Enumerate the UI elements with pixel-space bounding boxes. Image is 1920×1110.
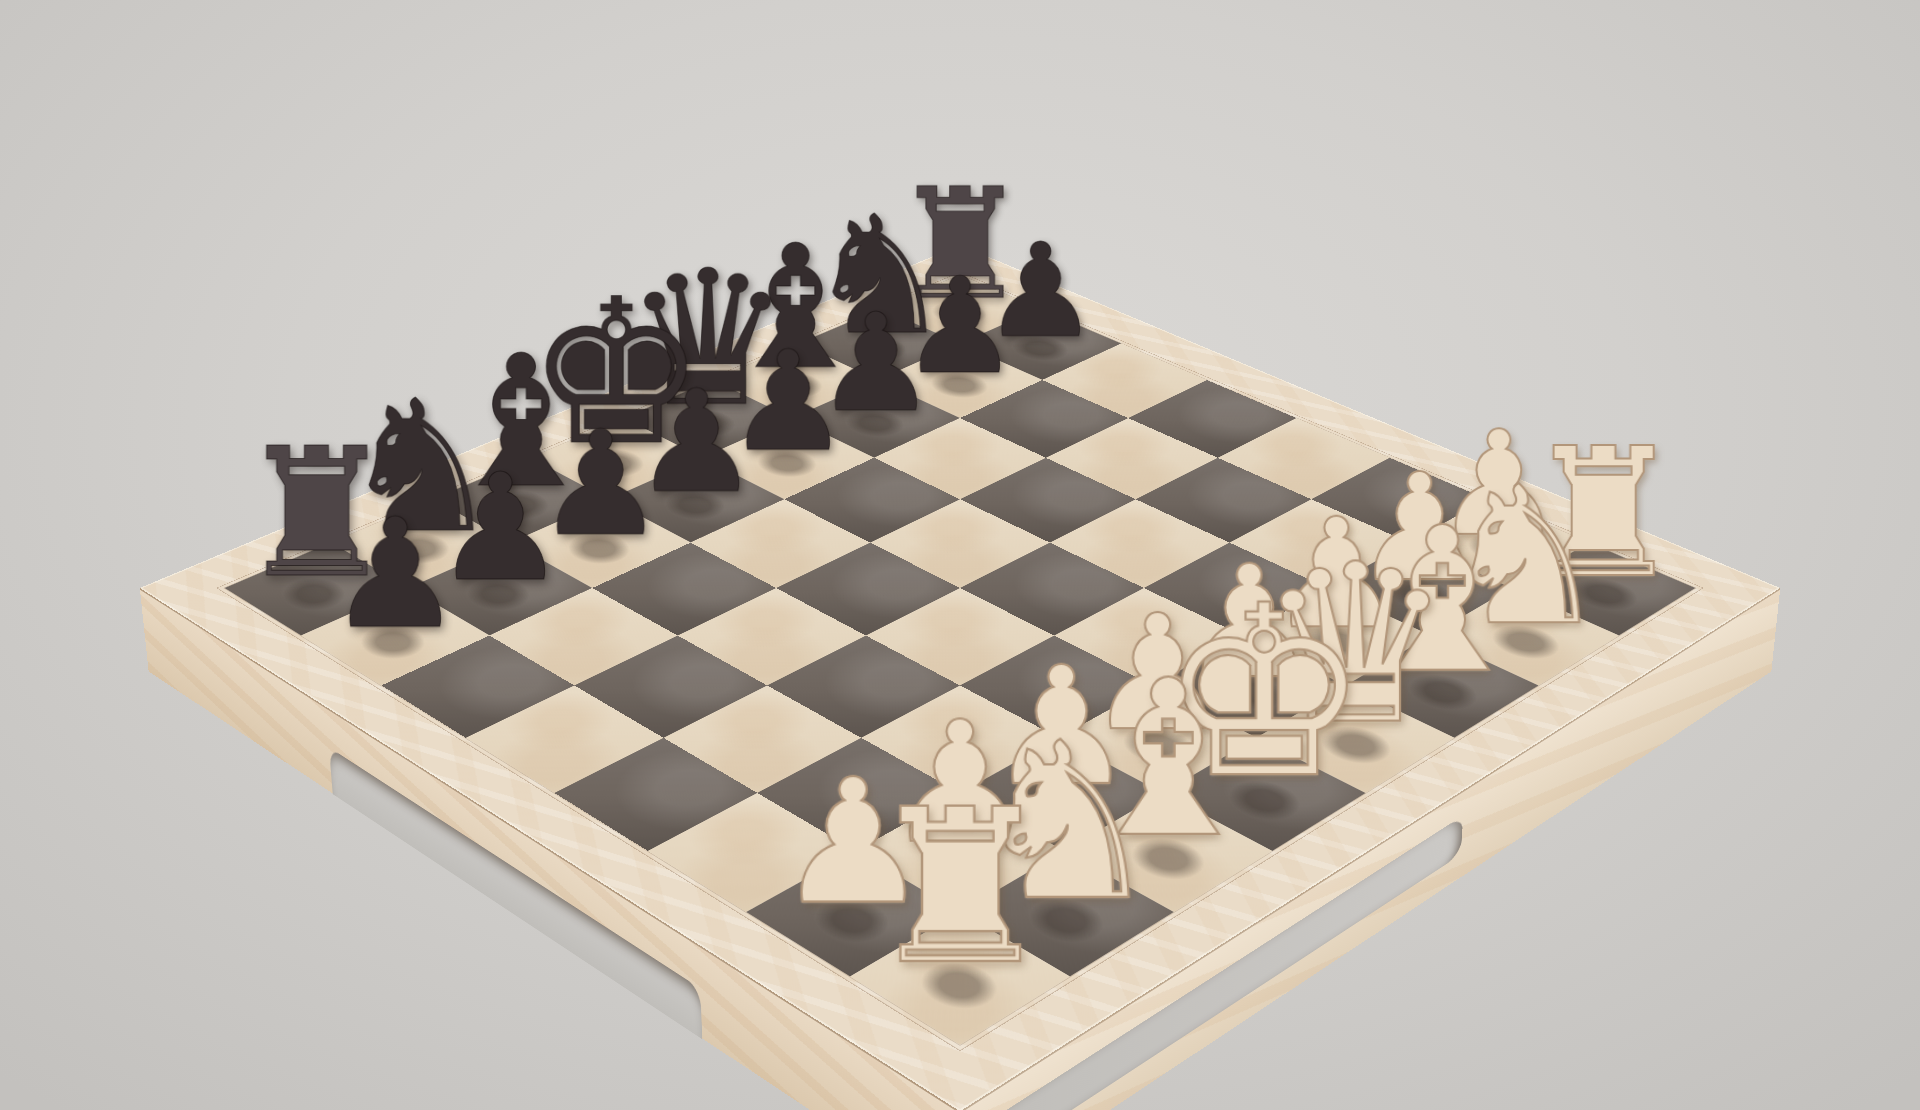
square-h7: ♟: [301, 588, 489, 685]
square-h1: ♜: [850, 912, 1070, 1045]
white-rook-glyph: ♜: [865, 790, 1056, 986]
studio-backdrop: ♜♟♟♜♞♟♟♞♝♟♟♝♛♟♟♛♚♟♟♚♝♟♟♝♞♟♟♞♜♟♟♜: [0, 0, 1920, 1110]
square-d5: [870, 499, 1050, 588]
black-pawn-glyph: ♟: [327, 504, 463, 643]
